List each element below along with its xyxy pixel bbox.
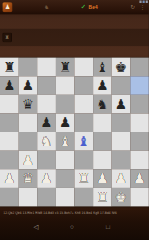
bottom-panel: 12.Qb2 Qb6 13.Rfe1 Rfd8 14.Bd3 c5 15.Bxh… [0,210,149,240]
knight-icon: ♞ [44,4,49,11]
square-g2[interactable]: ♟ [112,169,131,188]
square-h2[interactable]: ♟ [130,169,149,188]
square-h7[interactable] [130,76,149,95]
square-f8[interactable]: ♝ [93,58,112,77]
square-c4[interactable]: ♞ [37,132,56,151]
nav-recents-button[interactable]: □ [106,223,110,230]
square-a1[interactable] [0,188,19,207]
square-g4[interactable] [112,132,131,151]
square-h3[interactable] [130,151,149,170]
signal-icon [139,0,141,3]
square-b1[interactable] [19,188,38,207]
square-b5[interactable] [19,113,38,132]
chess-board: ♜♜♝♚♟♟♟♛♞♟♟♟♞♝♝♟♟♛♟♜♟♟♟♜♚ [0,58,149,207]
square-f2[interactable]: ♟ [93,169,112,188]
piece-black-king-g8[interactable]: ♚ [115,60,127,74]
app-icon-pawn-glyph: ♟ [5,3,11,10]
square-a5[interactable] [0,113,19,132]
square-e3[interactable] [74,151,93,170]
square-f6[interactable]: ♞ [93,95,112,114]
square-a8[interactable]: ♜ [0,58,19,77]
player-avatar-icon: ♜ [2,33,12,43]
piece-black-pawn-b7[interactable]: ♟ [22,79,34,93]
square-h6[interactable] [130,95,149,114]
square-d5[interactable]: ♟ [56,113,75,132]
square-g1[interactable]: ♚ [112,188,131,207]
square-b6[interactable]: ♛ [19,95,38,114]
nav-home-button[interactable]: ○ [70,223,74,230]
piece-white-pawn-f2[interactable]: ♟ [96,172,108,186]
square-h4[interactable] [130,132,149,151]
square-d8[interactable]: ♜ [56,58,75,77]
battery-icon [146,0,148,3]
square-a3[interactable] [0,151,19,170]
square-d7[interactable] [56,76,75,95]
square-c1[interactable] [37,188,56,207]
wifi-icon [143,0,145,3]
square-d3[interactable] [56,151,75,170]
piece-black-rook-d8[interactable]: ♜ [59,60,71,74]
square-e7[interactable] [74,76,93,95]
square-g7[interactable] [112,76,131,95]
android-nav-bar: ◁ ○ □ [0,219,149,238]
piece-black-pawn-d5[interactable]: ♟ [59,116,71,130]
square-e2[interactable]: ♜ [74,169,93,188]
square-d2[interactable] [56,169,75,188]
piece-white-rook-e2[interactable]: ♜ [78,172,90,186]
move-status-text: Be4 [88,4,98,10]
piece-black-knight-f6[interactable]: ♞ [96,97,108,111]
check-icon: ✓ [81,3,86,10]
square-f4[interactable] [93,132,112,151]
square-f7[interactable]: ♟ [93,76,112,95]
square-h8[interactable] [130,58,149,77]
square-a4[interactable] [0,132,19,151]
move-list: 12.Qb2 Qb6 13.Rfe1 Rfd8 14.Bd3 c5 15.Bxh… [3,211,145,215]
piece-white-rook-f1[interactable]: ♜ [96,190,108,204]
square-g5[interactable] [112,113,131,132]
piece-white-bishop-e4[interactable]: ♝ [78,134,90,148]
rook-icon: ♜ [5,34,10,40]
square-f3[interactable] [93,151,112,170]
square-g8[interactable]: ♚ [112,58,131,77]
square-b7[interactable]: ♟ [19,76,38,95]
piece-white-knight-c4[interactable]: ♞ [40,134,52,148]
square-a7[interactable]: ♟ [0,76,19,95]
square-a6[interactable] [0,95,19,114]
app-icon[interactable]: ♟ [2,2,12,12]
overflow-menu-icon[interactable]: ⋮ [139,4,147,11]
square-e6[interactable] [74,95,93,114]
square-c2[interactable]: ♟ [37,169,56,188]
piece-white-king-g1[interactable]: ♚ [115,190,127,204]
player-info-strip: ♜ [0,29,149,46]
piece-black-pawn-g6[interactable]: ♟ [115,97,127,111]
square-c3[interactable] [37,151,56,170]
piece-black-rook-a8[interactable]: ♜ [3,60,15,74]
square-h1[interactable] [130,188,149,207]
piece-white-pawn-h2[interactable]: ♟ [133,172,145,186]
square-f1[interactable]: ♜ [93,188,112,207]
square-h5[interactable] [130,113,149,132]
app-screen: ♟ ♞ ✓ Be4 ↻ ⋮ ♜ ♜♜♝♚♟♟♟♛♞♟♟♟♞♝♝♟♟♛♟♜♟♟♟♜… [0,0,149,240]
piece-white-queen-b2[interactable]: ♛ [22,172,34,186]
top-toolbar: ♟ ♞ ✓ Be4 ↻ ⋮ [0,0,149,14]
square-c7[interactable] [37,76,56,95]
square-d4[interactable]: ♝ [56,132,75,151]
square-g3[interactable] [112,151,131,170]
nav-back-button[interactable]: ◁ [34,223,39,231]
android-status-icons [139,0,147,3]
square-e4[interactable]: ♝ [74,132,93,151]
square-c6[interactable] [37,95,56,114]
square-d1[interactable] [56,188,75,207]
piece-black-pawn-a7[interactable]: ♟ [3,79,15,93]
piece-black-pawn-c5[interactable]: ♟ [40,116,52,130]
piece-black-queen-b6[interactable]: ♛ [22,97,34,111]
square-b2[interactable]: ♛ [19,169,38,188]
square-c5[interactable]: ♟ [37,113,56,132]
piece-black-pawn-f7[interactable]: ♟ [96,79,108,93]
square-b8[interactable] [19,58,38,77]
square-a2[interactable]: ♟ [0,169,19,188]
square-d6[interactable] [56,95,75,114]
square-b4[interactable] [19,132,38,151]
square-e5[interactable] [74,113,93,132]
square-e1[interactable] [74,188,93,207]
piece-white-bishop-d4[interactable]: ♝ [59,134,71,148]
square-c8[interactable] [37,58,56,77]
square-f5[interactable] [93,113,112,132]
square-e8[interactable] [74,58,93,77]
square-b3[interactable]: ♟ [19,151,38,170]
square-g6[interactable]: ♟ [112,95,131,114]
piece-white-pawn-c2[interactable]: ♟ [40,172,52,186]
piece-black-bishop-f8[interactable]: ♝ [96,60,108,74]
piece-white-pawn-b3[interactable]: ♟ [22,153,34,167]
piece-white-pawn-a2[interactable]: ♟ [3,172,15,186]
undo-icon[interactable]: ↻ [130,4,137,11]
piece-white-pawn-g2[interactable]: ♟ [115,172,127,186]
